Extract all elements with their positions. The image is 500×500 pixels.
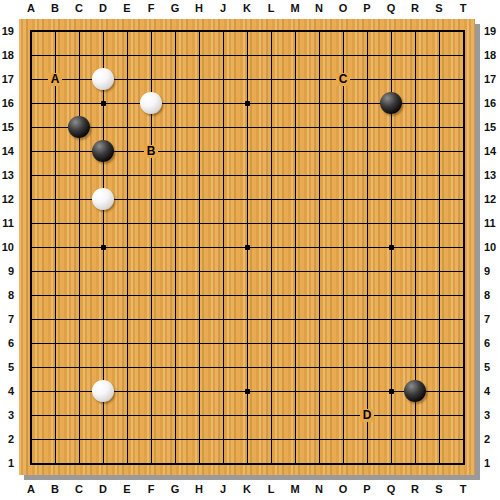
- intersection-D4: [91, 379, 115, 403]
- intersection-D14: [91, 139, 115, 163]
- coord-bottom-G: G: [163, 481, 187, 498]
- coord-bottom-A: A: [19, 481, 43, 498]
- coord-right-3: 3: [482, 403, 500, 427]
- coord-top-F: F: [139, 0, 163, 17]
- coord-bottom-H: H: [187, 481, 211, 498]
- black-stone-C15[interactable]: [68, 116, 90, 138]
- star-point-K16: [245, 101, 250, 106]
- coord-top-P: P: [355, 0, 379, 17]
- coord-top-R: R: [403, 0, 427, 17]
- coord-bottom-P: P: [355, 481, 379, 498]
- coord-right-14: 14: [482, 139, 500, 163]
- coord-bottom-J: J: [211, 481, 235, 498]
- coord-left-15: 15: [0, 115, 17, 139]
- coord-bottom-C: C: [67, 481, 91, 498]
- coord-top-G: G: [163, 0, 187, 17]
- intersection-D12: [91, 187, 115, 211]
- coord-right-11: 11: [482, 211, 500, 235]
- coord-right-9: 9: [482, 259, 500, 283]
- coord-top-A: A: [19, 0, 43, 17]
- coord-left-17: 17: [0, 67, 17, 91]
- white-stone-D17[interactable]: [92, 68, 114, 90]
- coord-top-H: H: [187, 0, 211, 17]
- coord-bottom-O: O: [331, 481, 355, 498]
- board-label-B[interactable]: B: [144, 145, 159, 158]
- coord-top-S: S: [427, 0, 451, 17]
- star-point-K4: [245, 389, 250, 394]
- top-coordinates: ABCDEFGHJKLMNOPQRST: [19, 0, 475, 17]
- coord-right-19: 19: [482, 19, 500, 43]
- coord-right-10: 10: [482, 235, 500, 259]
- black-stone-D14[interactable]: [92, 140, 114, 162]
- coord-left-9: 9: [0, 259, 17, 283]
- coord-top-L: L: [259, 0, 283, 17]
- coord-left-18: 18: [0, 43, 17, 67]
- board-label-A[interactable]: A: [48, 73, 63, 86]
- board-grid: ABCD: [19, 19, 475, 475]
- coord-right-17: 17: [482, 67, 500, 91]
- coord-top-N: N: [307, 0, 331, 17]
- coord-top-E: E: [115, 0, 139, 17]
- star-point-Q4: [389, 389, 394, 394]
- intersection-F16: [139, 91, 163, 115]
- intersection-Q10: [379, 235, 403, 259]
- coord-bottom-F: F: [139, 481, 163, 498]
- coord-right-7: 7: [482, 307, 500, 331]
- bottom-coordinates: ABCDEFGHJKLMNOPQRST: [19, 481, 475, 498]
- coord-right-16: 16: [482, 91, 500, 115]
- intersection-F14: B: [139, 139, 163, 163]
- coord-bottom-L: L: [259, 481, 283, 498]
- coord-right-18: 18: [482, 43, 500, 67]
- coord-top-T: T: [451, 0, 475, 17]
- coord-right-2: 2: [482, 427, 500, 451]
- coord-bottom-M: M: [283, 481, 307, 498]
- coord-bottom-R: R: [403, 481, 427, 498]
- coord-left-12: 12: [0, 187, 17, 211]
- black-stone-Q16[interactable]: [380, 92, 402, 114]
- coord-right-5: 5: [482, 355, 500, 379]
- intersection-K4: [235, 379, 259, 403]
- intersection-B17: A: [43, 67, 67, 91]
- coord-bottom-B: B: [43, 481, 67, 498]
- coord-bottom-Q: Q: [379, 481, 403, 498]
- intersection-D10: [91, 235, 115, 259]
- coord-left-14: 14: [0, 139, 17, 163]
- intersection-C15: [67, 115, 91, 139]
- white-stone-D12[interactable]: [92, 188, 114, 210]
- coord-top-C: C: [67, 0, 91, 17]
- star-point-K10: [245, 245, 250, 250]
- coord-right-12: 12: [482, 187, 500, 211]
- coord-right-1: 1: [482, 451, 500, 475]
- coord-bottom-S: S: [427, 481, 451, 498]
- star-point-Q10: [389, 245, 394, 250]
- intersection-D17: [91, 67, 115, 91]
- intersection-K10: [235, 235, 259, 259]
- star-point-D10: [101, 245, 106, 250]
- coord-left-6: 6: [0, 331, 17, 355]
- coord-bottom-E: E: [115, 481, 139, 498]
- intersection-O17: C: [331, 67, 355, 91]
- coord-left-11: 11: [0, 211, 17, 235]
- left-coordinates: 19181716151413121110987654321: [0, 19, 17, 475]
- coord-left-8: 8: [0, 283, 17, 307]
- intersection-R4: [403, 379, 427, 403]
- coord-left-3: 3: [0, 403, 17, 427]
- coord-left-13: 13: [0, 163, 17, 187]
- intersection-Q4: [379, 379, 403, 403]
- coord-right-6: 6: [482, 331, 500, 355]
- coord-right-15: 15: [482, 115, 500, 139]
- coord-left-16: 16: [0, 91, 17, 115]
- board-label-D[interactable]: D: [360, 409, 375, 422]
- coord-top-O: O: [331, 0, 355, 17]
- white-stone-F16[interactable]: [140, 92, 162, 114]
- coord-top-J: J: [211, 0, 235, 17]
- coord-top-K: K: [235, 0, 259, 17]
- coord-top-Q: Q: [379, 0, 403, 17]
- intersection-D16: [91, 91, 115, 115]
- coord-left-19: 19: [0, 19, 17, 43]
- coord-left-7: 7: [0, 307, 17, 331]
- coord-right-8: 8: [482, 283, 500, 307]
- coord-top-D: D: [91, 0, 115, 17]
- intersection-P3: D: [355, 403, 379, 427]
- board-label-C[interactable]: C: [336, 73, 351, 86]
- coord-left-5: 5: [0, 355, 17, 379]
- right-coordinates: 19181716151413121110987654321: [482, 19, 500, 475]
- coord-left-4: 4: [0, 379, 17, 403]
- intersection-K16: [235, 91, 259, 115]
- coord-top-B: B: [43, 0, 67, 17]
- coord-right-4: 4: [482, 379, 500, 403]
- black-stone-R4[interactable]: [404, 380, 426, 402]
- go-diagram-page: ABCDEFGHJKLMNOPQRST ABCDEFGHJKLMNOPQRST …: [0, 0, 500, 500]
- intersection-Q16: [379, 91, 403, 115]
- coord-left-2: 2: [0, 427, 17, 451]
- white-stone-D4[interactable]: [92, 380, 114, 402]
- coord-bottom-K: K: [235, 481, 259, 498]
- goban-board[interactable]: ABCD: [19, 19, 475, 475]
- coord-left-1: 1: [0, 451, 17, 475]
- coord-bottom-D: D: [91, 481, 115, 498]
- coord-top-M: M: [283, 0, 307, 17]
- coord-bottom-T: T: [451, 481, 475, 498]
- coord-right-13: 13: [482, 163, 500, 187]
- star-point-D16: [101, 101, 106, 106]
- coord-left-10: 10: [0, 235, 17, 259]
- coord-bottom-N: N: [307, 481, 331, 498]
